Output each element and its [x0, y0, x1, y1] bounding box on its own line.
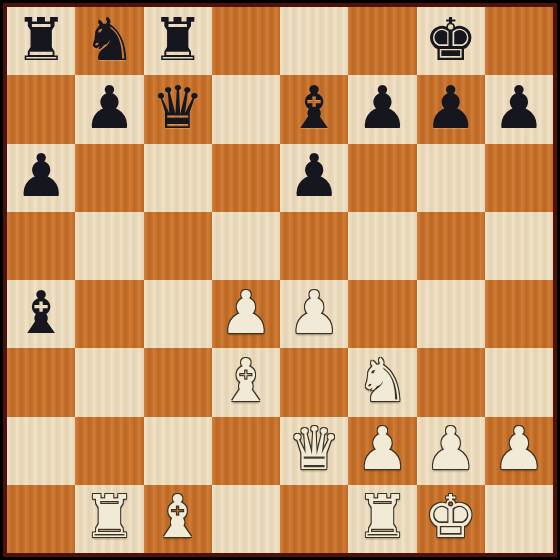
piece-white-pawn[interactable]: ♟	[356, 419, 409, 478]
square-c5[interactable]	[144, 212, 212, 280]
square-d6[interactable]	[212, 144, 280, 212]
square-g6[interactable]	[417, 144, 485, 212]
square-g5[interactable]	[417, 212, 485, 280]
square-f4[interactable]	[348, 280, 416, 348]
piece-white-pawn[interactable]: ♟	[492, 419, 545, 478]
square-f5[interactable]	[348, 212, 416, 280]
square-c3[interactable]	[144, 348, 212, 416]
square-d1[interactable]	[212, 485, 280, 553]
square-a7[interactable]	[7, 75, 75, 143]
square-f8[interactable]	[348, 7, 416, 75]
board-inner-border: ♜♞♜♚♟♛♝♟♟♟♟♟♝♟♟♝♞♛♟♟♟♜♝♜♚	[3, 3, 557, 557]
square-g8[interactable]: ♚	[417, 7, 485, 75]
piece-black-rook[interactable]: ♜	[15, 10, 68, 69]
square-d8[interactable]	[212, 7, 280, 75]
piece-white-pawn[interactable]: ♟	[219, 283, 272, 342]
piece-white-bishop[interactable]: ♝	[219, 351, 272, 410]
square-h8[interactable]	[485, 7, 553, 75]
piece-black-pawn[interactable]: ♟	[15, 146, 68, 205]
square-f2[interactable]: ♟	[348, 417, 416, 485]
square-e1[interactable]	[280, 485, 348, 553]
piece-white-pawn[interactable]: ♟	[288, 283, 341, 342]
square-a8[interactable]: ♜	[7, 7, 75, 75]
square-b3[interactable]	[75, 348, 143, 416]
square-f1[interactable]: ♜	[348, 485, 416, 553]
square-d2[interactable]	[212, 417, 280, 485]
piece-white-pawn[interactable]: ♟	[424, 419, 477, 478]
square-c2[interactable]	[144, 417, 212, 485]
square-b1[interactable]: ♜	[75, 485, 143, 553]
square-b2[interactable]	[75, 417, 143, 485]
square-a2[interactable]	[7, 417, 75, 485]
square-e8[interactable]	[280, 7, 348, 75]
square-b5[interactable]	[75, 212, 143, 280]
square-b4[interactable]	[75, 280, 143, 348]
square-h2[interactable]: ♟	[485, 417, 553, 485]
square-g7[interactable]: ♟	[417, 75, 485, 143]
piece-black-rook[interactable]: ♜	[151, 10, 204, 69]
square-b7[interactable]: ♟	[75, 75, 143, 143]
piece-white-knight[interactable]: ♞	[356, 351, 409, 410]
piece-black-pawn[interactable]: ♟	[288, 146, 341, 205]
square-a3[interactable]	[7, 348, 75, 416]
square-d4[interactable]: ♟	[212, 280, 280, 348]
square-d5[interactable]	[212, 212, 280, 280]
piece-black-pawn[interactable]: ♟	[492, 78, 545, 137]
square-e2[interactable]: ♛	[280, 417, 348, 485]
square-g2[interactable]: ♟	[417, 417, 485, 485]
chess-board: ♜♞♜♚♟♛♝♟♟♟♟♟♝♟♟♝♞♛♟♟♟♜♝♜♚	[7, 7, 553, 553]
square-c8[interactable]: ♜	[144, 7, 212, 75]
square-h7[interactable]: ♟	[485, 75, 553, 143]
square-e6[interactable]: ♟	[280, 144, 348, 212]
square-d7[interactable]	[212, 75, 280, 143]
square-h6[interactable]	[485, 144, 553, 212]
square-c6[interactable]	[144, 144, 212, 212]
piece-black-pawn[interactable]: ♟	[356, 78, 409, 137]
square-c7[interactable]: ♛	[144, 75, 212, 143]
square-f6[interactable]	[348, 144, 416, 212]
piece-black-king[interactable]: ♚	[424, 10, 477, 69]
piece-white-queen[interactable]: ♛	[288, 419, 341, 478]
piece-black-pawn[interactable]: ♟	[83, 78, 136, 137]
piece-white-bishop[interactable]: ♝	[151, 487, 204, 546]
square-e4[interactable]: ♟	[280, 280, 348, 348]
square-h4[interactable]	[485, 280, 553, 348]
square-h5[interactable]	[485, 212, 553, 280]
piece-white-rook[interactable]: ♜	[83, 487, 136, 546]
square-f3[interactable]: ♞	[348, 348, 416, 416]
square-e3[interactable]	[280, 348, 348, 416]
square-a1[interactable]	[7, 485, 75, 553]
square-g4[interactable]	[417, 280, 485, 348]
piece-black-bishop[interactable]: ♝	[288, 78, 341, 137]
square-d3[interactable]: ♝	[212, 348, 280, 416]
square-c4[interactable]	[144, 280, 212, 348]
square-e7[interactable]: ♝	[280, 75, 348, 143]
piece-white-king[interactable]: ♚	[424, 487, 477, 546]
piece-black-queen[interactable]: ♛	[151, 78, 204, 137]
piece-black-knight[interactable]: ♞	[83, 10, 136, 69]
square-g3[interactable]	[417, 348, 485, 416]
square-e5[interactable]	[280, 212, 348, 280]
square-h3[interactable]	[485, 348, 553, 416]
square-c1[interactable]: ♝	[144, 485, 212, 553]
piece-black-bishop[interactable]: ♝	[15, 283, 68, 342]
board-frame: ♜♞♜♚♟♛♝♟♟♟♟♟♝♟♟♝♞♛♟♟♟♜♝♜♚	[0, 0, 560, 560]
square-a6[interactable]: ♟	[7, 144, 75, 212]
square-a4[interactable]: ♝	[7, 280, 75, 348]
piece-white-rook[interactable]: ♜	[356, 487, 409, 546]
square-f7[interactable]: ♟	[348, 75, 416, 143]
square-b6[interactable]	[75, 144, 143, 212]
square-h1[interactable]	[485, 485, 553, 553]
piece-black-pawn[interactable]: ♟	[424, 78, 477, 137]
square-g1[interactable]: ♚	[417, 485, 485, 553]
square-b8[interactable]: ♞	[75, 7, 143, 75]
square-a5[interactable]	[7, 212, 75, 280]
